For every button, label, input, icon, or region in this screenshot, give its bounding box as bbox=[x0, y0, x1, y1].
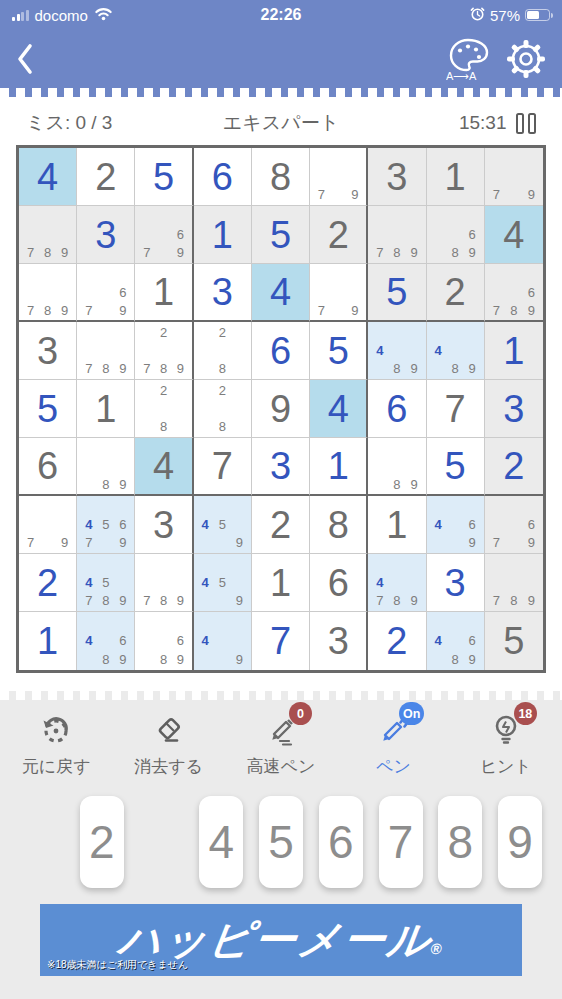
sudoku-grid: 4256879317978936791527896894789679134795… bbox=[16, 145, 546, 673]
pen-label: ペン bbox=[376, 755, 411, 778]
cell-r3c8[interactable]: 2 bbox=[427, 264, 485, 322]
cell-r6c2[interactable]: 89 bbox=[77, 438, 135, 496]
cell-r4c3[interactable]: 2789 bbox=[135, 322, 193, 380]
pen-icon: On bbox=[375, 712, 411, 748]
numpad-7-button[interactable]: 7 bbox=[379, 796, 423, 888]
cell-r1c8[interactable]: 1 bbox=[427, 148, 485, 206]
cell-r2c5[interactable]: 5 bbox=[252, 206, 310, 264]
cell-r1c4[interactable]: 6 bbox=[194, 148, 252, 206]
cell-r2c9[interactable]: 4 bbox=[485, 206, 543, 264]
ad-banner[interactable]: ハッピーメール® ※18歳未満はご利用できません bbox=[40, 904, 522, 976]
cell-r2c6[interactable]: 2 bbox=[310, 206, 368, 264]
fast-pen-badge: 0 bbox=[289, 702, 312, 725]
numpad-6-button[interactable]: 6 bbox=[319, 796, 363, 888]
bottom-panel: 元に戻す 消去する 0 高速ペン bbox=[0, 700, 562, 976]
numpad-2-button[interactable]: 2 bbox=[80, 796, 124, 888]
cell-r6c8[interactable]: 5 bbox=[427, 438, 485, 496]
fast-pen-icon: 0 bbox=[263, 712, 299, 748]
cell-r2c1[interactable]: 789 bbox=[19, 206, 77, 264]
cell-r8c1[interactable]: 2 bbox=[19, 554, 77, 612]
cell-r5c6[interactable]: 4 bbox=[310, 380, 368, 438]
cell-r5c2[interactable]: 1 bbox=[77, 380, 135, 438]
undo-label: 元に戻す bbox=[22, 755, 91, 778]
cell-r9c2[interactable]: 4689 bbox=[77, 612, 135, 670]
cell-r9c1[interactable]: 1 bbox=[19, 612, 77, 670]
cell-r1c1[interactable]: 4 bbox=[19, 148, 77, 206]
cell-r2c3[interactable]: 679 bbox=[135, 206, 193, 264]
perforation-top bbox=[0, 88, 562, 97]
cell-r4c8[interactable]: 489 bbox=[427, 322, 485, 380]
cell-r6c6[interactable]: 1 bbox=[310, 438, 368, 496]
pen-button[interactable]: On ペン bbox=[337, 712, 449, 778]
alarm-icon bbox=[470, 6, 485, 24]
cell-r6c4[interactable]: 7 bbox=[194, 438, 252, 496]
back-button[interactable] bbox=[16, 43, 33, 75]
undo-icon bbox=[38, 712, 74, 748]
perforation-bottom bbox=[0, 691, 562, 700]
battery-fill bbox=[527, 11, 539, 19]
cell-r5c3[interactable]: 28 bbox=[135, 380, 193, 438]
cell-r1c6[interactable]: 79 bbox=[310, 148, 368, 206]
numpad-9-button[interactable]: 9 bbox=[498, 796, 542, 888]
cell-r1c2[interactable]: 2 bbox=[77, 148, 135, 206]
cell-r7c5[interactable]: 2 bbox=[252, 496, 310, 554]
erase-button[interactable]: 消去する bbox=[112, 712, 224, 778]
cell-r1c3[interactable]: 5 bbox=[135, 148, 193, 206]
cell-r9c7[interactable]: 2 bbox=[368, 612, 426, 670]
cell-r6c7[interactable]: 89 bbox=[368, 438, 426, 496]
cell-r8c7[interactable]: 4789 bbox=[368, 554, 426, 612]
cell-r4c4[interactable]: 28 bbox=[194, 322, 252, 380]
cell-r8c3[interactable]: 789 bbox=[135, 554, 193, 612]
cell-r5c9[interactable]: 3 bbox=[485, 380, 543, 438]
undo-button[interactable]: 元に戻す bbox=[0, 712, 112, 778]
cell-r2c8[interactable]: 689 bbox=[427, 206, 485, 264]
cell-r2c7[interactable]: 789 bbox=[368, 206, 426, 264]
numpad: 2456789 bbox=[0, 796, 562, 888]
cell-r7c3[interactable]: 3 bbox=[135, 496, 193, 554]
cell-r1c7[interactable]: 3 bbox=[368, 148, 426, 206]
pen-badge: On bbox=[399, 702, 424, 725]
ad-disclaimer: ※18歳未満はご利用できません bbox=[47, 958, 188, 972]
cell-r3c1[interactable]: 789 bbox=[19, 264, 77, 322]
cell-r5c8[interactable]: 7 bbox=[427, 380, 485, 438]
cell-r8c4[interactable]: 459 bbox=[194, 554, 252, 612]
cell-r3c5[interactable]: 4 bbox=[252, 264, 310, 322]
cell-r6c9[interactable]: 2 bbox=[485, 438, 543, 496]
cell-r1c9[interactable]: 79 bbox=[485, 148, 543, 206]
cell-r9c9[interactable]: 5 bbox=[485, 612, 543, 670]
erase-label: 消去する bbox=[134, 755, 203, 778]
cell-r2c4[interactable]: 1 bbox=[194, 206, 252, 264]
numpad-4-button[interactable]: 4 bbox=[199, 796, 243, 888]
theme-palette-button[interactable]: A⟶A bbox=[446, 37, 492, 81]
cell-r6c1[interactable]: 6 bbox=[19, 438, 77, 496]
hint-label: ヒント bbox=[480, 755, 532, 778]
toolbar: 元に戻す 消去する 0 高速ペン bbox=[0, 700, 562, 778]
registered-mark: ® bbox=[430, 940, 443, 957]
nav-bar: A⟶A bbox=[0, 30, 562, 88]
cell-r1c5[interactable]: 8 bbox=[252, 148, 310, 206]
cell-r9c5[interactable]: 7 bbox=[252, 612, 310, 670]
cell-r7c4[interactable]: 459 bbox=[194, 496, 252, 554]
cell-r5c5[interactable]: 9 bbox=[252, 380, 310, 438]
cell-r8c9[interactable]: 789 bbox=[485, 554, 543, 612]
carrier-label: docomo bbox=[35, 7, 88, 24]
cell-r9c8[interactable]: 4689 bbox=[427, 612, 485, 670]
cell-r3c9[interactable]: 6789 bbox=[485, 264, 543, 322]
cell-r5c7[interactable]: 6 bbox=[368, 380, 426, 438]
eraser-icon bbox=[151, 712, 187, 748]
cell-r3c4[interactable]: 3 bbox=[194, 264, 252, 322]
cell-r8c5[interactable]: 1 bbox=[252, 554, 310, 612]
fast-pen-button[interactable]: 0 高速ペン bbox=[225, 712, 337, 778]
cell-r7c2[interactable]: 45679 bbox=[77, 496, 135, 554]
cell-r7c7[interactable]: 1 bbox=[368, 496, 426, 554]
cell-r7c9[interactable]: 679 bbox=[485, 496, 543, 554]
cell-r4c6[interactable]: 5 bbox=[310, 322, 368, 380]
hint-button[interactable]: 18 ヒント bbox=[450, 712, 562, 778]
svg-text:A⟶A: A⟶A bbox=[446, 70, 477, 81]
cell-r3c6[interactable]: 79 bbox=[310, 264, 368, 322]
timer: 15:31 bbox=[459, 112, 507, 134]
cell-r8c6[interactable]: 6 bbox=[310, 554, 368, 612]
cell-r3c7[interactable]: 5 bbox=[368, 264, 426, 322]
cell-r4c5[interactable]: 6 bbox=[252, 322, 310, 380]
cell-r8c8[interactable]: 3 bbox=[427, 554, 485, 612]
cellular-signal-icon bbox=[12, 10, 29, 21]
cell-r9c6[interactable]: 3 bbox=[310, 612, 368, 670]
hint-badge: 18 bbox=[514, 702, 537, 725]
numpad-8-button[interactable]: 8 bbox=[438, 796, 482, 888]
status-bar: docomo 22:26 57% bbox=[0, 0, 562, 30]
hint-bulb-icon: 18 bbox=[488, 712, 524, 748]
cell-r4c1[interactable]: 3 bbox=[19, 322, 77, 380]
battery-icon bbox=[525, 9, 550, 21]
cell-r9c4[interactable]: 49 bbox=[194, 612, 252, 670]
pause-button[interactable] bbox=[516, 113, 537, 134]
cell-r3c3[interactable]: 1 bbox=[135, 264, 193, 322]
board-area: ミス: 0 / 3 エキスパート 15:31 42568793179789367… bbox=[0, 97, 562, 691]
settings-gear-button[interactable] bbox=[506, 39, 546, 79]
cell-r9c3[interactable]: 689 bbox=[135, 612, 193, 670]
cell-r6c5[interactable]: 3 bbox=[252, 438, 310, 496]
mistakes-counter: ミス: 0 / 3 bbox=[26, 110, 112, 136]
cell-r5c4[interactable]: 28 bbox=[194, 380, 252, 438]
cell-r8c2[interactable]: 45789 bbox=[77, 554, 135, 612]
cell-r4c7[interactable]: 489 bbox=[368, 322, 426, 380]
cell-r7c8[interactable]: 469 bbox=[427, 496, 485, 554]
fast-pen-label: 高速ペン bbox=[247, 755, 316, 778]
cell-r3c2[interactable]: 679 bbox=[77, 264, 135, 322]
cell-r4c9[interactable]: 1 bbox=[485, 322, 543, 380]
cell-r7c6[interactable]: 8 bbox=[310, 496, 368, 554]
cell-r7c1[interactable]: 79 bbox=[19, 496, 77, 554]
cell-r4c2[interactable]: 789 bbox=[77, 322, 135, 380]
cell-r2c2[interactable]: 3 bbox=[77, 206, 135, 264]
wifi-icon bbox=[94, 6, 113, 25]
cell-r5c1[interactable]: 5 bbox=[19, 380, 77, 438]
battery-percent: 57% bbox=[490, 7, 520, 24]
cell-r6c3[interactable]: 4 bbox=[135, 438, 193, 496]
numpad-5-button[interactable]: 5 bbox=[259, 796, 303, 888]
